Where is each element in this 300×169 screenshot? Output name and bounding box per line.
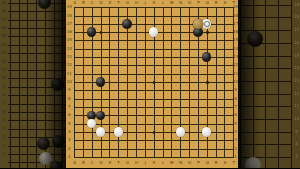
coord-label-bottom: R — [213, 161, 220, 165]
coord-label-right: 17 — [293, 28, 300, 32]
coord-label-top: C — [89, 1, 96, 5]
grid-line-h — [238, 43, 292, 44]
grid-line-h — [8, 154, 66, 155]
left-carousel-board[interactable]: 19181716151413121110987654321 — [0, 0, 66, 168]
coord-label-top: O — [186, 1, 193, 5]
coord-label-bottom: N — [177, 161, 184, 165]
coord-label-right: 16 — [293, 41, 300, 45]
coord-label-left: 11 — [66, 72, 73, 76]
coord-label-right: 8 — [233, 97, 238, 101]
coord-label-top: D — [98, 1, 105, 5]
grid-line-h — [8, 120, 66, 121]
coord-label-right: 3 — [233, 138, 238, 142]
coord-label-top: B — [80, 1, 87, 5]
grid-line-h — [8, 112, 66, 113]
coord-label-left: 8 — [66, 97, 73, 101]
coord-label-right: 18 — [293, 15, 300, 19]
grid-line-h — [74, 90, 234, 91]
coord-label-top: R — [213, 1, 220, 5]
grid-line-h — [8, 3, 66, 4]
coord-label-right: 11 — [233, 72, 238, 76]
coord-label-left: 1 — [66, 155, 73, 159]
grid-line-h — [238, 157, 292, 158]
coord-label-left: 3 — [66, 138, 73, 142]
grid-line-h — [8, 20, 66, 21]
coord-label-left: 15 — [66, 38, 73, 42]
coord-label-top: G — [124, 1, 131, 5]
stone-white — [176, 127, 185, 136]
coord-label-right: 11 — [293, 104, 300, 108]
coord-label-bottom: L — [160, 161, 167, 165]
coord-label-top: P — [195, 1, 202, 5]
coord-label-bottom: H — [133, 161, 140, 165]
coord-label-right: 9 — [233, 88, 238, 92]
coord-label-left: 10 — [66, 80, 73, 84]
grid-line-h — [74, 99, 234, 100]
coord-label-right: 15 — [233, 38, 238, 42]
coord-label-left: 8 — [1, 93, 7, 97]
grid-line-h — [238, 56, 292, 57]
coord-label-top: M — [168, 1, 175, 5]
stone-black-dim — [52, 135, 65, 148]
stone-black — [202, 52, 211, 61]
grid-line-h — [238, 30, 292, 31]
coord-label-right: 19 — [293, 3, 300, 7]
coord-label-bottom: K — [151, 161, 158, 165]
coord-label-bottom: G — [124, 161, 131, 165]
grid-line-h — [8, 11, 66, 12]
grid-line-v — [27, 0, 28, 168]
coord-label-right: 7 — [293, 155, 300, 159]
coord-label-right: 9 — [293, 130, 300, 134]
coord-label-left: 7 — [66, 105, 73, 109]
coord-label-left: 14 — [1, 43, 7, 47]
stone-black-dim — [38, 0, 51, 9]
go-app-screen: 19181716151413121110987654321 1918171615… — [0, 0, 300, 168]
coord-label-right: 6 — [233, 113, 238, 117]
grid-line-h — [74, 157, 234, 158]
stone-black-dim — [247, 31, 263, 47]
coord-label-right: 13 — [293, 79, 300, 83]
right-carousel-board[interactable]: 19181716151413121110987 — [238, 0, 300, 168]
coord-label-left: 16 — [66, 30, 73, 34]
stone-white-dim — [39, 152, 52, 165]
coord-label-top: A — [71, 1, 78, 5]
coord-label-top: E — [106, 1, 113, 5]
star-point — [206, 81, 209, 84]
coord-label-left: 5 — [66, 122, 73, 126]
coord-label-bottom: Q — [204, 161, 211, 165]
coord-label-bottom: C — [89, 161, 96, 165]
grid-line-h — [238, 17, 292, 18]
grid-line-h — [238, 5, 292, 6]
grid-line-h — [8, 129, 66, 130]
coord-label-bottom: M — [168, 161, 175, 165]
coord-label-bottom: P — [195, 161, 202, 165]
coord-label-left: 13 — [1, 51, 7, 55]
coord-label-right: 12 — [233, 63, 238, 67]
grid-line-h — [238, 106, 292, 107]
coord-label-left: 6 — [1, 110, 7, 114]
coord-label-left: 18 — [66, 14, 73, 18]
grid-line-v — [253, 0, 254, 168]
grid-line-h — [238, 144, 292, 145]
grid-line-h — [8, 70, 66, 71]
coord-label-right: 7 — [233, 105, 238, 109]
grid-line-h — [8, 104, 66, 105]
coord-label-bottom: A — [71, 161, 78, 165]
grid-line-v — [10, 0, 11, 168]
coord-label-bottom: J — [142, 161, 149, 165]
coord-label-left: 7 — [1, 102, 7, 106]
stone-white — [87, 119, 96, 128]
stone-white — [96, 127, 105, 136]
coord-label-left: 3 — [1, 135, 7, 139]
stone-black — [122, 19, 131, 28]
coord-label-bottom: F — [115, 161, 122, 165]
coord-label-left: 17 — [66, 22, 73, 26]
coord-label-left: 2 — [66, 147, 73, 151]
coord-label-right: 8 — [293, 142, 300, 146]
grid-line-h — [8, 95, 66, 96]
coord-label-top: F — [115, 1, 122, 5]
stone-black — [96, 111, 105, 120]
star-point — [100, 31, 103, 34]
stone-black-dim — [50, 161, 63, 169]
coord-label-top: N — [177, 1, 184, 5]
grid-line-v — [19, 0, 20, 168]
coord-label-right: 15 — [293, 54, 300, 58]
grid-line-h — [8, 62, 66, 63]
coord-label-bottom: T — [230, 161, 237, 165]
coord-label-left: 4 — [66, 130, 73, 134]
grid-line-v — [189, 7, 190, 157]
grid-line-h — [74, 149, 234, 150]
grid-line-h — [74, 124, 234, 125]
grid-line-h — [238, 132, 292, 133]
grid-line-h — [238, 81, 292, 82]
grid-line-v — [278, 0, 279, 168]
coord-label-bottom: B — [80, 161, 87, 165]
grid-line-h — [8, 36, 66, 37]
coord-label-right: 18 — [233, 14, 238, 18]
grid-line-v — [216, 7, 217, 157]
grid-line-h — [238, 119, 292, 120]
grid-line-v — [240, 0, 241, 168]
grid-line-h — [8, 28, 66, 29]
coord-label-left: 14 — [66, 47, 73, 51]
coord-label-left: 18 — [1, 9, 7, 13]
coord-label-left: 5 — [1, 118, 7, 122]
grid-line-v — [224, 7, 225, 157]
coord-label-right: 1 — [233, 155, 238, 159]
grid-line-v — [163, 7, 164, 157]
coord-label-right: 12 — [293, 92, 300, 96]
coord-label-left: 19 — [1, 1, 7, 5]
coord-label-left: 12 — [66, 63, 73, 67]
grid-line-h — [238, 94, 292, 95]
coord-label-top: K — [151, 1, 158, 5]
coord-label-right: 4 — [233, 130, 238, 134]
grid-line-h — [74, 140, 234, 141]
coord-label-top: L — [160, 1, 167, 5]
main-go-board[interactable]: AABBCCDDEEFFGGHHJJKKLLMMNNOOPPQQRRSSTT19… — [66, 0, 238, 168]
coord-label-right: 17 — [233, 22, 238, 26]
coord-label-right: 2 — [233, 147, 238, 151]
coord-label-left: 16 — [1, 26, 7, 30]
coord-label-left: 19 — [66, 5, 73, 9]
coord-label-left: 9 — [1, 85, 7, 89]
coord-label-right: 16 — [233, 30, 238, 34]
coord-label-left: 15 — [1, 34, 7, 38]
coord-label-top: Q — [204, 1, 211, 5]
stone-white — [114, 127, 123, 136]
coord-label-right: 5 — [233, 122, 238, 126]
stone-black-dim — [37, 137, 50, 150]
coord-label-left: 17 — [1, 18, 7, 22]
stone-black — [96, 77, 105, 86]
coord-label-top: J — [142, 1, 149, 5]
grid-line-h — [8, 45, 66, 46]
grid-line-v — [291, 0, 292, 168]
coord-label-right: 14 — [233, 47, 238, 51]
coord-label-left: 2 — [1, 144, 7, 148]
coord-label-right: 14 — [293, 66, 300, 70]
star-point — [206, 31, 209, 34]
coord-label-right: 10 — [233, 80, 238, 84]
coord-label-right: 10 — [293, 117, 300, 121]
coord-label-bottom: S — [221, 161, 228, 165]
grid-line-v — [265, 0, 266, 168]
stone-white-dim — [245, 157, 261, 169]
grid-line-v — [171, 7, 172, 157]
coord-label-right: 19 — [233, 5, 238, 9]
coord-label-left: 4 — [1, 127, 7, 131]
stone-black — [193, 27, 202, 36]
grid-line-h — [8, 53, 66, 54]
coord-label-top: H — [133, 1, 140, 5]
stone-black-dim — [51, 78, 64, 91]
coord-label-left: 9 — [66, 88, 73, 92]
last-move-marker — [204, 21, 210, 27]
coord-label-left: 11 — [1, 68, 7, 72]
coord-label-left: 6 — [66, 113, 73, 117]
grid-line-h — [238, 68, 292, 69]
coord-label-top: S — [221, 1, 228, 5]
coord-label-bottom: D — [98, 161, 105, 165]
stone-white — [202, 127, 211, 136]
coord-label-left: 12 — [1, 60, 7, 64]
stone-white — [202, 19, 211, 28]
coord-label-bottom: O — [186, 161, 193, 165]
stone-black — [87, 27, 96, 36]
coord-label-right: 13 — [233, 55, 238, 59]
stone-white — [149, 27, 158, 36]
coord-label-left: 10 — [1, 76, 7, 80]
coord-label-left: 13 — [66, 55, 73, 59]
stone-brown — [193, 19, 202, 28]
coord-label-bottom: E — [106, 161, 113, 165]
grid-line-h — [74, 107, 234, 108]
coord-label-left: 1 — [1, 152, 7, 156]
